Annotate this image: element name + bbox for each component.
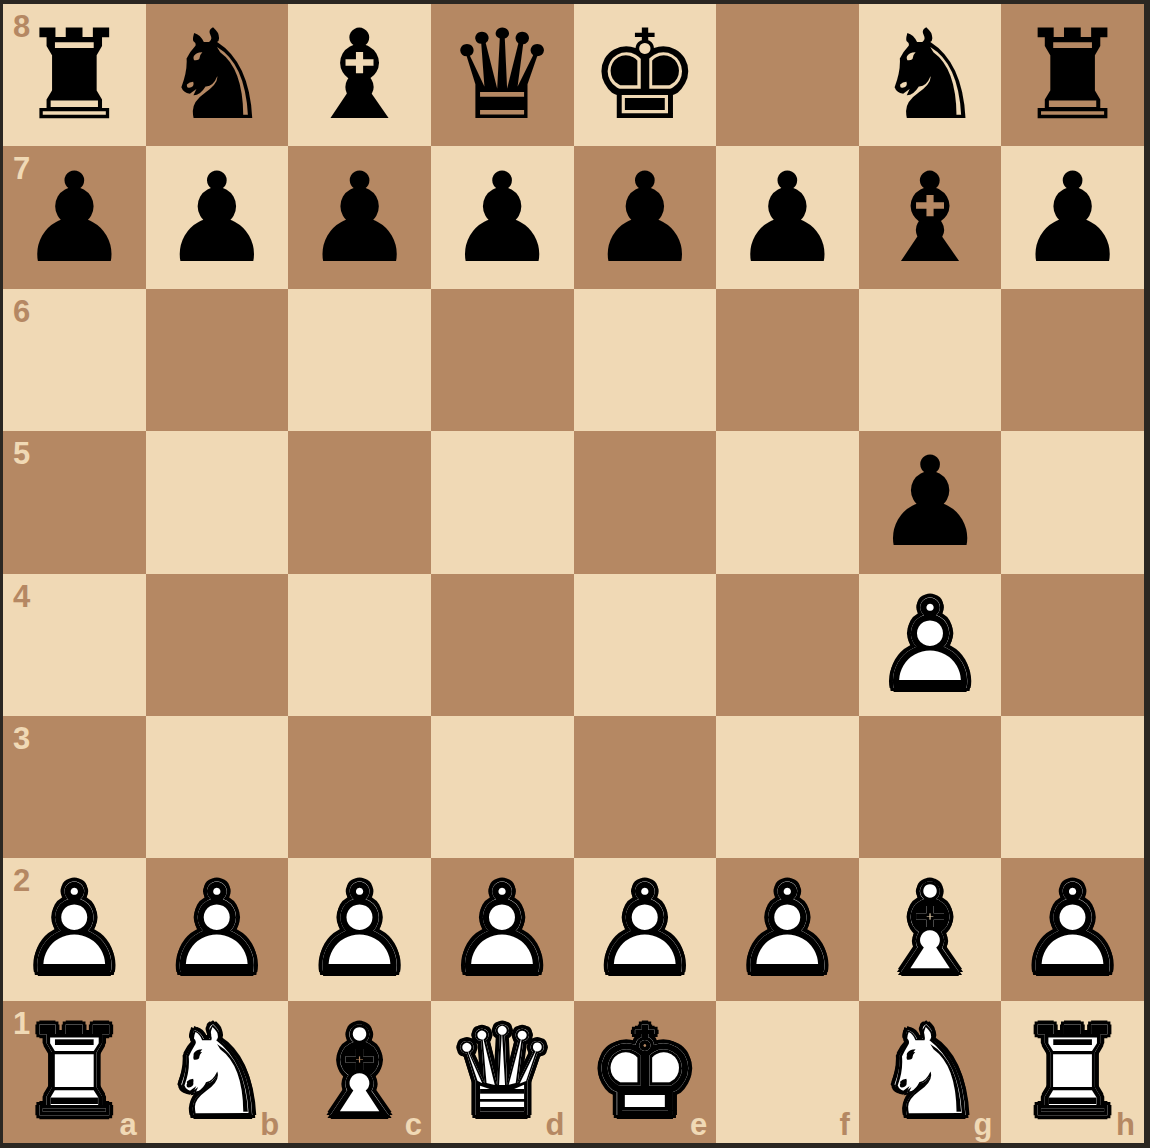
square-e1[interactable]: e♚♔ [574,1001,717,1143]
white-pawn-g4[interactable]: ♟♙ [859,574,1002,716]
piece-glyph: ♞ [859,13,1002,137]
piece-glyph: ♟ [716,156,859,280]
square-e2[interactable]: ♟♙ [574,858,717,1000]
square-d7[interactable]: ♟♙ [431,146,574,288]
square-h7[interactable]: ♟♙ [1001,146,1144,288]
square-b4[interactable] [146,574,289,716]
piece-glyph: ♟ [3,156,146,280]
black-pawn-d7[interactable]: ♟♙ [431,146,574,288]
square-f8[interactable] [716,4,859,146]
chess-board: 8♜♖♞♘♝♗♛♕♚♔♞♘♜♖7♟♙♟♙♟♙♟♙♟♙♟♙♝♗♟♙65♟♙4♟♙3… [3,4,1144,1143]
square-g3[interactable] [859,716,1002,858]
piece-glyph: ♟ [146,156,289,280]
white-bishop-c1[interactable]: ♝♗ [288,1001,431,1143]
rank-label-4: 4 [13,581,30,612]
black-pawn-f7[interactable]: ♟♙ [716,146,859,288]
square-c7[interactable]: ♟♙ [288,146,431,288]
square-h5[interactable] [1001,431,1144,573]
rank-label-6: 6 [13,296,30,327]
square-h1[interactable]: h♜♖ [1001,1001,1144,1143]
white-pawn-c2[interactable]: ♟♙ [288,858,431,1000]
black-king-e8[interactable]: ♚♔ [574,4,717,146]
piece-glyph-outline: ♖ [1001,1010,1144,1134]
piece-glyph-outline: ♕ [431,1010,574,1134]
piece-glyph-outline: ♙ [859,583,1002,707]
white-pawn-d2[interactable]: ♟♙ [431,858,574,1000]
piece-glyph: ♟ [1001,156,1144,280]
piece-glyph: ♝ [859,156,1002,280]
piece-glyph: ♞ [146,13,289,137]
square-d1[interactable]: d♛♕ [431,1001,574,1143]
piece-glyph-outline: ♗ [288,1010,431,1134]
piece-glyph: ♟ [859,440,1002,564]
square-d8[interactable]: ♛♕ [431,4,574,146]
square-c2[interactable]: ♟♙ [288,858,431,1000]
square-a1[interactable]: 1a♜♖ [3,1001,146,1143]
square-b8[interactable]: ♞♘ [146,4,289,146]
piece-glyph-outline: ♙ [3,867,146,991]
square-f1[interactable]: f [716,1001,859,1143]
square-f6[interactable] [716,289,859,431]
black-pawn-h7[interactable]: ♟♙ [1001,146,1144,288]
black-rook-h8[interactable]: ♜♖ [1001,4,1144,146]
square-a4[interactable]: 4 [3,574,146,716]
piece-glyph: ♜ [1001,13,1144,137]
white-pawn-h2[interactable]: ♟♙ [1001,858,1144,1000]
black-pawn-g5[interactable]: ♟♙ [859,431,1002,573]
square-c6[interactable] [288,289,431,431]
square-c8[interactable]: ♝♗ [288,4,431,146]
square-e4[interactable] [574,574,717,716]
square-g1[interactable]: g♞♘ [859,1001,1002,1143]
square-a8[interactable]: 8♜♖ [3,4,146,146]
square-h2[interactable]: ♟♙ [1001,858,1144,1000]
piece-glyph: ♟ [288,156,431,280]
piece-glyph: ♟ [574,156,717,280]
piece-glyph-outline: ♙ [1001,867,1144,991]
piece-glyph-outline: ♘ [859,1010,1002,1134]
square-a6[interactable]: 6 [3,289,146,431]
square-b1[interactable]: b♞♘ [146,1001,289,1143]
white-queen-d1[interactable]: ♛♕ [431,1001,574,1143]
file-label-f: f [839,1109,849,1140]
square-h8[interactable]: ♜♖ [1001,4,1144,146]
square-e7[interactable]: ♟♙ [574,146,717,288]
piece-glyph: ♚ [574,13,717,137]
square-g7[interactable]: ♝♗ [859,146,1002,288]
square-a7[interactable]: 7♟♙ [3,146,146,288]
black-bishop-g7[interactable]: ♝♗ [859,146,1002,288]
square-b2[interactable]: ♟♙ [146,858,289,1000]
white-pawn-a2[interactable]: ♟♙ [3,858,146,1000]
square-h6[interactable] [1001,289,1144,431]
black-queen-d8[interactable]: ♛♕ [431,4,574,146]
square-f3[interactable] [716,716,859,858]
black-pawn-b7[interactable]: ♟♙ [146,146,289,288]
piece-glyph-outline: ♔ [574,1010,717,1134]
square-d3[interactable] [431,716,574,858]
square-g8[interactable]: ♞♘ [859,4,1002,146]
square-c5[interactable] [288,431,431,573]
square-b6[interactable] [146,289,289,431]
black-pawn-e7[interactable]: ♟♙ [574,146,717,288]
piece-glyph: ♛ [431,13,574,137]
square-b7[interactable]: ♟♙ [146,146,289,288]
square-g4[interactable]: ♟♙ [859,574,1002,716]
piece-glyph-outline: ♖ [3,1010,146,1134]
white-pawn-f2[interactable]: ♟♙ [716,858,859,1000]
white-knight-b1[interactable]: ♞♘ [146,1001,289,1143]
square-d6[interactable] [431,289,574,431]
piece-glyph: ♟ [431,156,574,280]
square-e3[interactable] [574,716,717,858]
square-b5[interactable] [146,431,289,573]
square-c4[interactable] [288,574,431,716]
piece-glyph-outline: ♙ [146,867,289,991]
rank-label-3: 3 [13,723,30,754]
square-e8[interactable]: ♚♔ [574,4,717,146]
piece-glyph-outline: ♙ [574,867,717,991]
square-d2[interactable]: ♟♙ [431,858,574,1000]
square-f5[interactable] [716,431,859,573]
square-e5[interactable] [574,431,717,573]
square-f4[interactable] [716,574,859,716]
square-h3[interactable] [1001,716,1144,858]
square-d5[interactable] [431,431,574,573]
piece-glyph-outline: ♙ [288,867,431,991]
square-g2[interactable]: ♝♗ [859,858,1002,1000]
white-king-e1[interactable]: ♚♔ [574,1001,717,1143]
square-g5[interactable]: ♟♙ [859,431,1002,573]
piece-glyph-outline: ♘ [146,1010,289,1134]
piece-glyph-outline: ♗ [859,867,1002,991]
square-d4[interactable] [431,574,574,716]
black-bishop-c8[interactable]: ♝♗ [288,4,431,146]
white-rook-a1[interactable]: ♜♖ [3,1001,146,1143]
square-a2[interactable]: 2♟♙ [3,858,146,1000]
black-knight-g8[interactable]: ♞♘ [859,4,1002,146]
rank-label-5: 5 [13,438,30,469]
square-c1[interactable]: c♝♗ [288,1001,431,1143]
square-e6[interactable] [574,289,717,431]
white-pawn-b2[interactable]: ♟♙ [146,858,289,1000]
black-pawn-a7[interactable]: ♟♙ [3,146,146,288]
white-rook-h1[interactable]: ♜♖ [1001,1001,1144,1143]
square-f7[interactable]: ♟♙ [716,146,859,288]
white-knight-g1[interactable]: ♞♘ [859,1001,1002,1143]
piece-glyph: ♝ [288,13,431,137]
black-knight-b8[interactable]: ♞♘ [146,4,289,146]
square-a3[interactable]: 3 [3,716,146,858]
square-g6[interactable] [859,289,1002,431]
white-pawn-e2[interactable]: ♟♙ [574,858,717,1000]
piece-glyph: ♜ [3,13,146,137]
square-c3[interactable] [288,716,431,858]
board-frame: 8♜♖♞♘♝♗♛♕♚♔♞♘♜♖7♟♙♟♙♟♙♟♙♟♙♟♙♝♗♟♙65♟♙4♟♙3… [0,0,1150,1148]
piece-glyph-outline: ♙ [431,867,574,991]
square-f2[interactable]: ♟♙ [716,858,859,1000]
white-bishop-g2[interactable]: ♝♗ [859,858,1002,1000]
square-a5[interactable]: 5 [3,431,146,573]
black-rook-a8[interactable]: ♜♖ [3,4,146,146]
square-b3[interactable] [146,716,289,858]
piece-glyph-outline: ♙ [716,867,859,991]
square-h4[interactable] [1001,574,1144,716]
black-pawn-c7[interactable]: ♟♙ [288,146,431,288]
